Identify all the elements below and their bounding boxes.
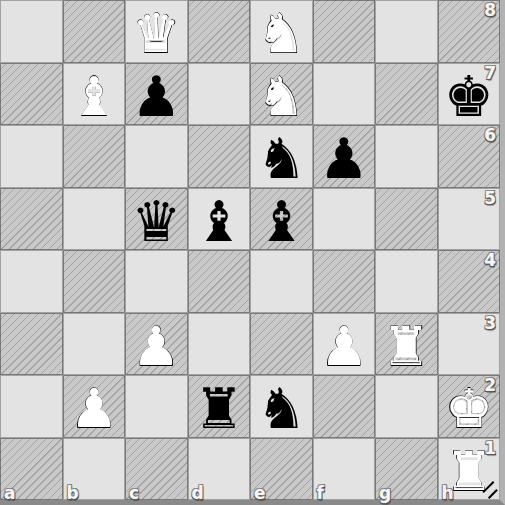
black-king-glyph: ♚ [444, 69, 494, 125]
square-e3[interactable] [250, 313, 313, 376]
square-f1[interactable]: f [313, 438, 376, 501]
chess-diagram: ♛♕♞♘8♝♗♟♞♘♚7♞♟6♛♝♝54♟♙♟♙♜♖3♟♙♜♞♚♔2abcdef… [0, 0, 505, 505]
square-a8[interactable] [0, 0, 63, 63]
square-a7[interactable] [0, 63, 63, 126]
square-b8[interactable] [63, 0, 126, 63]
square-h5[interactable]: 5 [438, 188, 501, 251]
square-a1[interactable]: a [0, 438, 63, 501]
rank-label-5: 5 [484, 188, 496, 208]
file-label-g: g [379, 483, 391, 503]
white-pawn-f3[interactable]: ♟♙ [313, 316, 376, 379]
square-g5[interactable] [375, 188, 438, 251]
file-label-f: f [317, 483, 324, 503]
white-knight-fill: ♞ [257, 7, 305, 61]
square-e7[interactable]: ♞♘ [250, 63, 313, 126]
square-g4[interactable] [375, 250, 438, 313]
black-bishop-glyph: ♝ [256, 194, 306, 250]
square-h1[interactable]: ♜♖1h [438, 438, 501, 501]
square-h2[interactable]: ♚♔2 [438, 375, 501, 438]
square-b2[interactable]: ♟♙ [63, 375, 126, 438]
white-king-fill: ♚ [445, 382, 493, 436]
black-bishop-e5[interactable]: ♝ [250, 191, 313, 254]
square-f7[interactable] [313, 63, 376, 126]
square-c1[interactable]: c [125, 438, 188, 501]
white-pawn-fill: ♟ [132, 320, 180, 374]
white-bishop-b7[interactable]: ♝♗ [63, 66, 126, 129]
square-b6[interactable] [63, 125, 126, 188]
square-d2[interactable]: ♜ [188, 375, 251, 438]
square-a3[interactable] [0, 313, 63, 376]
square-a4[interactable] [0, 250, 63, 313]
square-e4[interactable] [250, 250, 313, 313]
rank-label-3: 3 [484, 313, 496, 333]
white-knight-fill: ♞ [257, 70, 305, 124]
square-e8[interactable]: ♞♘ [250, 0, 313, 63]
side-to-move-marker [474, 474, 500, 500]
square-c4[interactable] [125, 250, 188, 313]
square-d8[interactable] [188, 0, 251, 63]
black-pawn-glyph: ♟ [319, 131, 369, 187]
square-a5[interactable] [0, 188, 63, 251]
white-bishop-fill: ♝ [70, 70, 118, 124]
square-c3[interactable]: ♟♙ [125, 313, 188, 376]
square-h8[interactable]: 8 [438, 0, 501, 63]
black-pawn-f6[interactable]: ♟ [313, 128, 376, 191]
file-label-d: d [192, 483, 204, 503]
rank-label-8: 8 [484, 0, 496, 20]
black-king-h7[interactable]: ♚ [438, 66, 501, 129]
square-c7[interactable]: ♟ [125, 63, 188, 126]
black-bishop-d5[interactable]: ♝ [188, 191, 251, 254]
white-pawn-fill: ♟ [320, 320, 368, 374]
square-b3[interactable] [63, 313, 126, 376]
black-rook-d2[interactable]: ♜ [188, 378, 251, 441]
black-bishop-glyph: ♝ [194, 194, 244, 250]
rank-label-6: 6 [484, 125, 496, 145]
marker-slash-2 [488, 489, 498, 499]
black-knight-glyph: ♞ [256, 131, 306, 187]
file-label-b: b [67, 483, 79, 503]
square-d5[interactable]: ♝ [188, 188, 251, 251]
white-queen-fill: ♛ [132, 7, 180, 61]
square-d4[interactable] [188, 250, 251, 313]
square-c5[interactable]: ♛ [125, 188, 188, 251]
square-g1[interactable]: g [375, 438, 438, 501]
black-knight-e2[interactable]: ♞ [250, 378, 313, 441]
black-knight-e6[interactable]: ♞ [250, 128, 313, 191]
square-h7[interactable]: ♚7 [438, 63, 501, 126]
square-h4[interactable]: 4 [438, 250, 501, 313]
black-queen-glyph: ♛ [131, 194, 181, 250]
white-rook-fill: ♜ [382, 320, 430, 374]
black-queen-c5[interactable]: ♛ [125, 191, 188, 254]
file-label-c: c [129, 483, 139, 503]
square-f3[interactable]: ♟♙ [313, 313, 376, 376]
square-b4[interactable] [63, 250, 126, 313]
square-h6[interactable]: 6 [438, 125, 501, 188]
black-pawn-glyph: ♟ [131, 69, 181, 125]
square-g6[interactable] [375, 125, 438, 188]
square-b7[interactable]: ♝♗ [63, 63, 126, 126]
black-rook-glyph: ♜ [194, 381, 244, 437]
square-d1[interactable]: d [188, 438, 251, 501]
square-c8[interactable]: ♛♕ [125, 0, 188, 63]
chessboard: ♛♕♞♘8♝♗♟♞♘♚7♞♟6♛♝♝54♟♙♟♙♜♖3♟♙♜♞♚♔2abcdef… [0, 0, 505, 505]
file-label-a: a [4, 483, 15, 503]
square-e1[interactable]: e [250, 438, 313, 501]
square-a6[interactable] [0, 125, 63, 188]
white-queen-c8[interactable]: ♛♕ [125, 3, 188, 66]
square-h3[interactable]: 3 [438, 313, 501, 376]
square-f2[interactable] [313, 375, 376, 438]
square-e5[interactable]: ♝ [250, 188, 313, 251]
square-g2[interactable] [375, 375, 438, 438]
rank-label-4: 4 [484, 250, 496, 270]
square-d3[interactable] [188, 313, 251, 376]
white-king-h2[interactable]: ♚♔ [438, 378, 501, 441]
white-pawn-fill: ♟ [70, 382, 118, 436]
file-label-e: e [254, 483, 266, 503]
black-pawn-c7[interactable]: ♟ [125, 66, 188, 129]
square-c2[interactable] [125, 375, 188, 438]
square-f4[interactable] [313, 250, 376, 313]
square-g7[interactable] [375, 63, 438, 126]
square-b5[interactable] [63, 188, 126, 251]
square-g8[interactable] [375, 0, 438, 63]
square-e2[interactable]: ♞ [250, 375, 313, 438]
white-rook-g3[interactable]: ♜♖ [375, 316, 438, 379]
square-e6[interactable]: ♞ [250, 125, 313, 188]
white-knight-e7[interactable]: ♞♘ [250, 66, 313, 129]
square-f5[interactable] [313, 188, 376, 251]
square-g3[interactable]: ♜♖ [375, 313, 438, 376]
white-pawn-b2[interactable]: ♟♙ [63, 378, 126, 441]
square-a2[interactable] [0, 375, 63, 438]
square-b1[interactable]: b [63, 438, 126, 501]
white-knight-e8[interactable]: ♞♘ [250, 3, 313, 66]
square-c6[interactable] [125, 125, 188, 188]
white-pawn-c3[interactable]: ♟♙ [125, 316, 188, 379]
square-d6[interactable] [188, 125, 251, 188]
black-knight-glyph: ♞ [256, 381, 306, 437]
square-d7[interactable] [188, 63, 251, 126]
square-f6[interactable]: ♟ [313, 125, 376, 188]
square-f8[interactable] [313, 0, 376, 63]
